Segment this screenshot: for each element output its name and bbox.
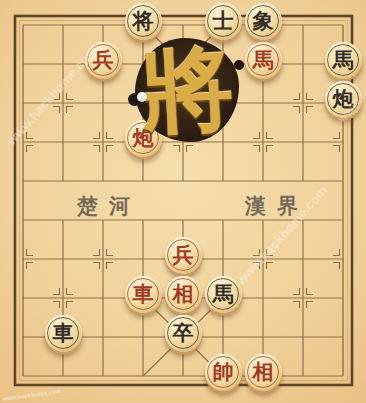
piece-glyph: 卒 — [173, 322, 194, 343]
piece-glyph: 兵 — [93, 49, 114, 70]
piece-glyph: 馬 — [253, 49, 274, 70]
piece-red-soldier[interactable]: 兵 — [165, 237, 202, 274]
piece-glyph: 将 — [133, 10, 154, 31]
piece-glyph: 兵 — [173, 244, 194, 265]
piece-glyph: 帥 — [213, 361, 234, 382]
piece-glyph: 相 — [253, 361, 274, 382]
xiangqi-app: 楚河 漢界 将士象兵馬馬炮炮兵車相馬車卒帥相 將 www.hackhome.co… — [0, 0, 366, 403]
piece-glyph: 相 — [173, 283, 194, 304]
piece-glyph: 象 — [253, 10, 274, 31]
piece-black-advisor[interactable]: 士 — [205, 3, 242, 40]
piece-glyph: 馬 — [333, 49, 354, 70]
piece-red-elephant[interactable]: 相 — [245, 354, 282, 391]
piece-black-soldier[interactable]: 卒 — [165, 315, 202, 352]
piece-black-horse[interactable]: 馬 — [205, 276, 242, 313]
piece-black-horse[interactable]: 馬 — [325, 42, 362, 79]
pieces-grid[interactable]: 将士象兵馬馬炮炮兵車相馬車卒帥相 — [3, 6, 363, 396]
piece-black-cannon[interactable]: 炮 — [325, 81, 362, 118]
piece-glyph: 車 — [133, 283, 154, 304]
piece-glyph: 炮 — [333, 88, 354, 109]
piece-red-horse[interactable]: 馬 — [245, 42, 282, 79]
piece-glyph: 馬 — [213, 283, 234, 304]
piece-red-general[interactable]: 帥 — [205, 354, 242, 391]
piece-glyph: 車 — [53, 322, 74, 343]
piece-glyph: 炮 — [133, 127, 154, 148]
piece-red-cannon[interactable]: 炮 — [125, 120, 162, 157]
piece-red-elephant[interactable]: 相 — [165, 276, 202, 313]
piece-black-general[interactable]: 将 — [125, 3, 162, 40]
piece-red-chariot[interactable]: 車 — [125, 276, 162, 313]
piece-black-elephant[interactable]: 象 — [245, 3, 282, 40]
piece-glyph: 士 — [213, 10, 234, 31]
piece-red-soldier[interactable]: 兵 — [85, 42, 122, 79]
piece-black-chariot[interactable]: 車 — [45, 315, 82, 352]
